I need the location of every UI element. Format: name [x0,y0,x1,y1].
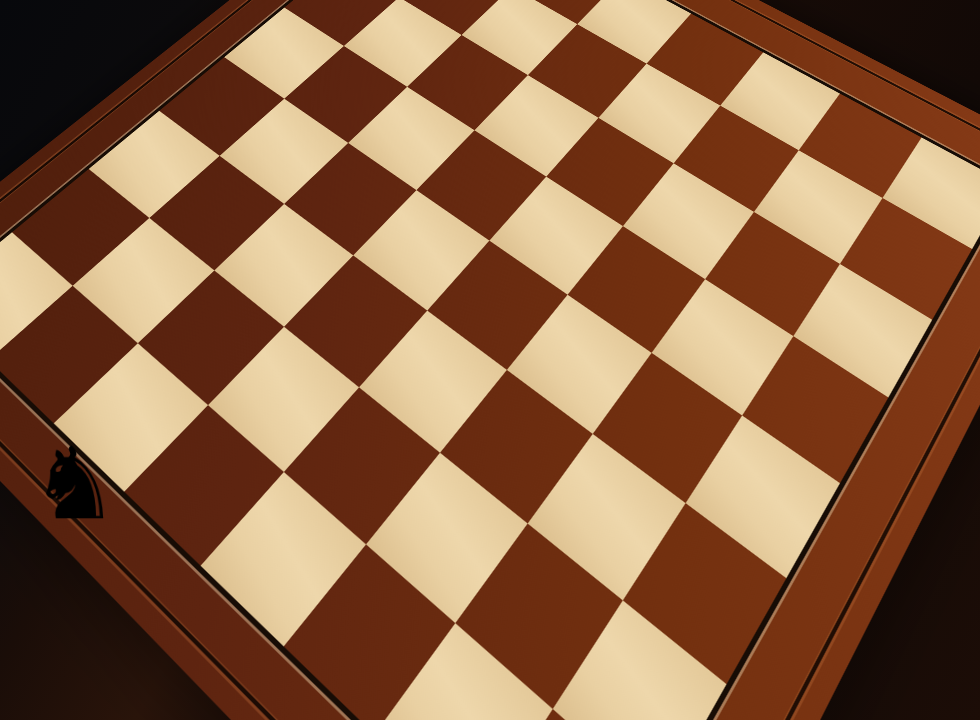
piece-white-pawn: ♟ [0,565,788,661]
piece-white-bishop: ♝ [0,238,619,366]
piece-white-knight: ♞ [30,425,906,541]
piece-white-queen: ♛ [0,0,713,115]
chessboard-photo-scene: ♚♛♝♞♞♟♟♟♟♟♟♚♛♝♞♝♟♟♟♟♟♟♟♟ [0,0,980,720]
knight-glyph: ♞ [30,425,120,541]
